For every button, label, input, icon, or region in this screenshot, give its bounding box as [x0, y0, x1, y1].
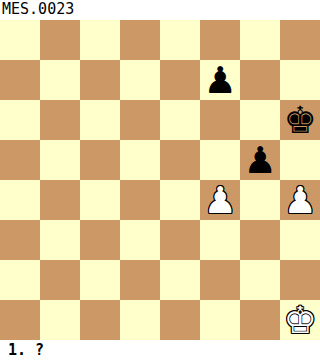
square-d5[interactable] [120, 140, 160, 180]
square-h7[interactable] [280, 60, 320, 100]
square-b1[interactable] [40, 300, 80, 340]
square-f7[interactable]: ♟ [200, 60, 240, 100]
square-g2[interactable] [240, 260, 280, 300]
square-h3[interactable] [280, 220, 320, 260]
square-g7[interactable] [240, 60, 280, 100]
square-g3[interactable] [240, 220, 280, 260]
square-g4[interactable] [240, 180, 280, 220]
square-f3[interactable] [200, 220, 240, 260]
square-c4[interactable] [80, 180, 120, 220]
square-f6[interactable] [200, 100, 240, 140]
square-a3[interactable] [0, 220, 40, 260]
square-a2[interactable] [0, 260, 40, 300]
square-d6[interactable] [120, 100, 160, 140]
square-h8[interactable] [280, 20, 320, 60]
square-e2[interactable] [160, 260, 200, 300]
square-e7[interactable] [160, 60, 200, 100]
square-g6[interactable] [240, 100, 280, 140]
square-a6[interactable] [0, 100, 40, 140]
square-a4[interactable] [0, 180, 40, 220]
black-pawn: ♟ [203, 62, 236, 99]
square-d4[interactable] [120, 180, 160, 220]
white-king: ♚ [283, 302, 316, 339]
square-e4[interactable] [160, 180, 200, 220]
square-d3[interactable] [120, 220, 160, 260]
square-c1[interactable] [80, 300, 120, 340]
white-pawn: ♟ [283, 182, 316, 219]
square-g5[interactable]: ♟ [240, 140, 280, 180]
move-prompt: 1. ? [0, 340, 320, 360]
square-h1[interactable]: ♚ [280, 300, 320, 340]
square-a5[interactable] [0, 140, 40, 180]
square-g8[interactable] [240, 20, 280, 60]
square-c2[interactable] [80, 260, 120, 300]
square-a8[interactable] [0, 20, 40, 60]
square-b7[interactable] [40, 60, 80, 100]
square-b4[interactable] [40, 180, 80, 220]
square-h4[interactable]: ♟ [280, 180, 320, 220]
square-a1[interactable] [0, 300, 40, 340]
square-f4[interactable]: ♟ [200, 180, 240, 220]
square-b6[interactable] [40, 100, 80, 140]
square-f8[interactable] [200, 20, 240, 60]
square-f1[interactable] [200, 300, 240, 340]
square-d8[interactable] [120, 20, 160, 60]
black-pawn: ♟ [243, 142, 276, 179]
square-f5[interactable] [200, 140, 240, 180]
square-e3[interactable] [160, 220, 200, 260]
square-b8[interactable] [40, 20, 80, 60]
square-c6[interactable] [80, 100, 120, 140]
square-c7[interactable] [80, 60, 120, 100]
square-h2[interactable] [280, 260, 320, 300]
square-e1[interactable] [160, 300, 200, 340]
square-f2[interactable] [200, 260, 240, 300]
square-b3[interactable] [40, 220, 80, 260]
square-e5[interactable] [160, 140, 200, 180]
diagram-title: MES.0023 [0, 0, 320, 20]
square-b5[interactable] [40, 140, 80, 180]
chess-board: ♟♚♟♟♟♚ [0, 20, 320, 340]
white-pawn: ♟ [203, 182, 236, 219]
square-c3[interactable] [80, 220, 120, 260]
square-d2[interactable] [120, 260, 160, 300]
square-c5[interactable] [80, 140, 120, 180]
square-h5[interactable] [280, 140, 320, 180]
square-e8[interactable] [160, 20, 200, 60]
square-a7[interactable] [0, 60, 40, 100]
square-h6[interactable]: ♚ [280, 100, 320, 140]
square-e6[interactable] [160, 100, 200, 140]
black-king: ♚ [283, 102, 316, 139]
square-c8[interactable] [80, 20, 120, 60]
square-b2[interactable] [40, 260, 80, 300]
square-d7[interactable] [120, 60, 160, 100]
square-g1[interactable] [240, 300, 280, 340]
square-d1[interactable] [120, 300, 160, 340]
